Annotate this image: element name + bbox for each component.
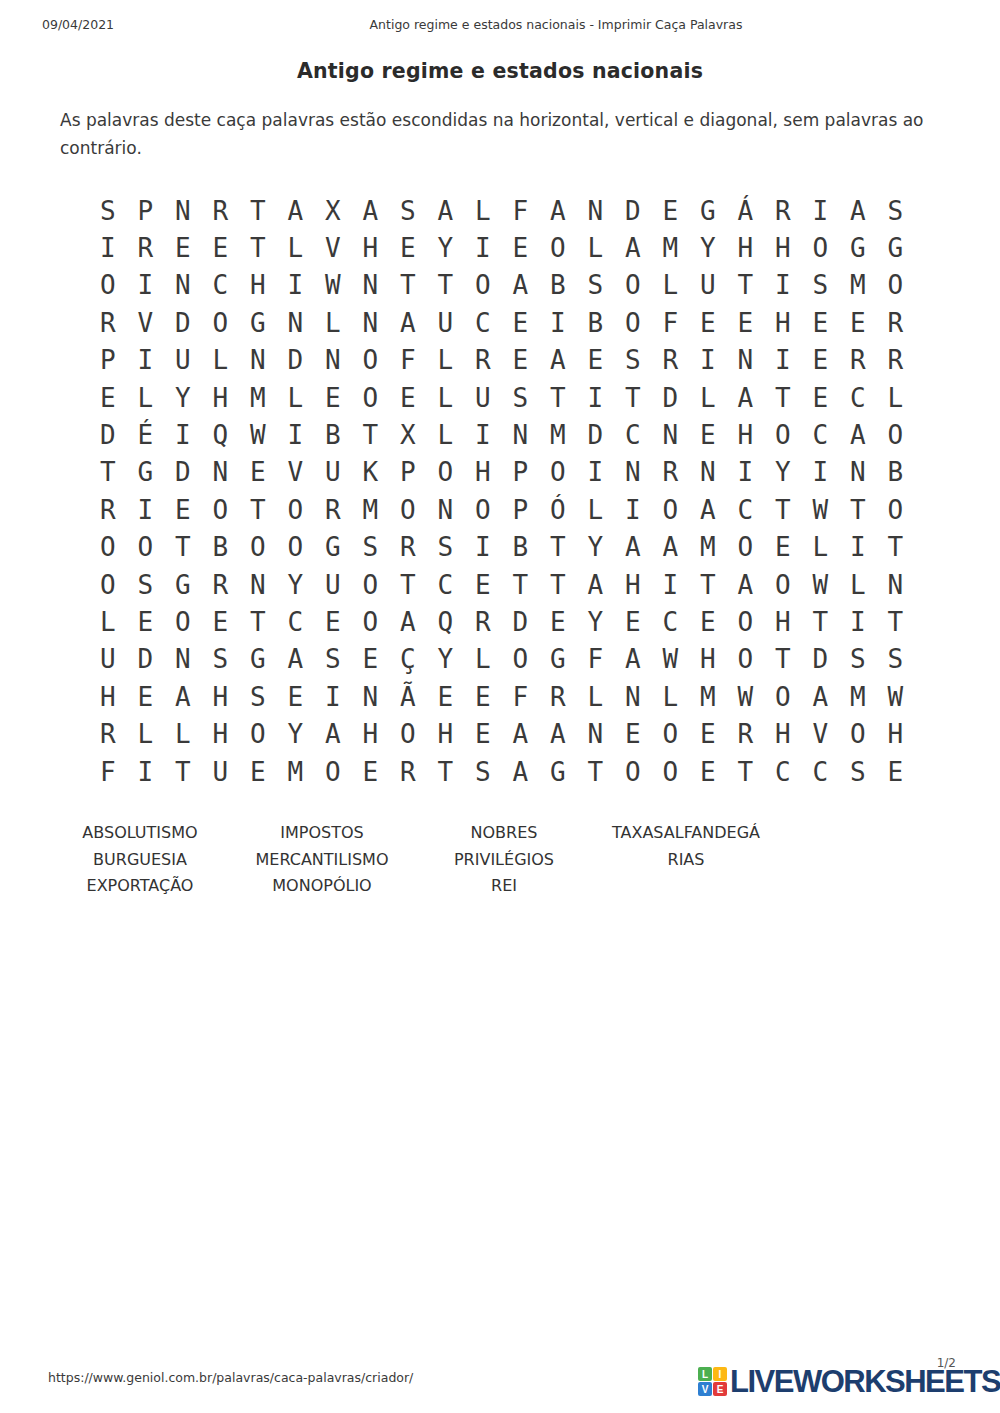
grid-cell-r3c2: I [127, 267, 165, 304]
grid-cell-r2c16: M [652, 229, 690, 266]
grid-cell-r6c4: H [202, 379, 240, 416]
grid-cell-r8c15: N [614, 454, 652, 491]
grid-cell-r1c2: P [127, 192, 165, 229]
grid-cell-r11c22: N [877, 566, 915, 603]
grid-cell-r12c9: A [389, 603, 427, 640]
grid-cell-r6c15: T [614, 379, 652, 416]
grid-cell-r4c7: L [314, 304, 352, 341]
instructions-text: As palavras deste caça palavras estão es… [60, 106, 958, 162]
grid-cell-r7c6: I [277, 416, 315, 453]
grid-cell-r11c15: H [614, 566, 652, 603]
grid-cell-r8c10: O [427, 454, 465, 491]
grid-cell-r3c14: S [577, 267, 615, 304]
grid-cell-r12c15: E [614, 603, 652, 640]
grid-cell-r9c13: Ó [539, 491, 577, 528]
grid-cell-r1c10: A [427, 192, 465, 229]
grid-cell-r11c21: L [839, 566, 877, 603]
grid-cell-r7c12: N [502, 416, 540, 453]
grid-cell-r4c17: E [689, 304, 727, 341]
grid-cell-r7c20: C [802, 416, 840, 453]
grid-cell-r6c12: S [502, 379, 540, 416]
grid-cell-r13c10: Y [427, 641, 465, 678]
liveworksheets-logo-text: LIVEWORKSHEETS [730, 1366, 1000, 1397]
grid-cell-r8c16: R [652, 454, 690, 491]
grid-cell-r9c20: W [802, 491, 840, 528]
grid-cell-r4c13: I [539, 304, 577, 341]
word-list-item: PRIVILÉGIOS [454, 847, 554, 874]
grid-cell-r1c9: S [389, 192, 427, 229]
grid-cell-r2c6: L [277, 229, 315, 266]
liveworksheets-logo-icon: LIVE [698, 1367, 727, 1396]
grid-cell-r13c19: T [764, 641, 802, 678]
grid-cell-r14c16: L [652, 678, 690, 715]
grid-cell-r1c11: L [464, 192, 502, 229]
grid-cell-r10c15: A [614, 529, 652, 566]
grid-cell-r2c21: G [839, 229, 877, 266]
grid-cell-r16c4: U [202, 753, 240, 790]
grid-cell-r8c12: P [502, 454, 540, 491]
grid-cell-r4c1: R [89, 304, 127, 341]
grid-cell-r7c7: B [314, 416, 352, 453]
grid-cell-r1c19: R [764, 192, 802, 229]
grid-cell-r8c5: E [239, 454, 277, 491]
grid-cell-r11c20: W [802, 566, 840, 603]
grid-cell-r2c19: H [764, 229, 802, 266]
grid-cell-r9c6: O [277, 491, 315, 528]
grid-cell-r5c10: L [427, 342, 465, 379]
grid-cell-r8c8: K [352, 454, 390, 491]
grid-cell-r5c20: E [802, 342, 840, 379]
grid-cell-r11c16: I [652, 566, 690, 603]
grid-cell-r8c7: U [314, 454, 352, 491]
grid-cell-r1c7: X [314, 192, 352, 229]
grid-cell-r6c20: E [802, 379, 840, 416]
word-list-item: MONOPÓLIO [272, 873, 371, 900]
grid-cell-r15c7: A [314, 715, 352, 752]
grid-cell-r13c16: W [652, 641, 690, 678]
grid-cell-r7c3: I [164, 416, 202, 453]
grid-cell-r1c12: F [502, 192, 540, 229]
grid-cell-r14c9: Ã [389, 678, 427, 715]
grid-cell-r8c4: N [202, 454, 240, 491]
grid-cell-r6c17: L [689, 379, 727, 416]
grid-cell-r5c7: N [314, 342, 352, 379]
word-list-item: EXPORTAÇÃO [87, 873, 194, 900]
grid-cell-r2c3: E [164, 229, 202, 266]
grid-cell-r7c13: M [539, 416, 577, 453]
grid-cell-r10c6: O [277, 529, 315, 566]
grid-cell-r11c18: A [727, 566, 765, 603]
grid-cell-r14c20: A [802, 678, 840, 715]
grid-cell-r6c18: A [727, 379, 765, 416]
grid-cell-r7c2: É [127, 416, 165, 453]
grid-cell-r7c4: Q [202, 416, 240, 453]
grid-cell-r3c22: O [877, 267, 915, 304]
grid-cell-r16c17: E [689, 753, 727, 790]
word-list-item: IMPOSTOS [280, 820, 363, 847]
grid-cell-r13c13: G [539, 641, 577, 678]
grid-cell-r15c13: A [539, 715, 577, 752]
grid-cell-r13c17: H [689, 641, 727, 678]
grid-cell-r14c1: H [89, 678, 127, 715]
grid-cell-r2c5: T [239, 229, 277, 266]
word-list-item: REI [491, 873, 517, 900]
grid-cell-r10c5: O [239, 529, 277, 566]
grid-cell-r3c19: I [764, 267, 802, 304]
grid-cell-r4c8: N [352, 304, 390, 341]
grid-cell-r10c18: O [727, 529, 765, 566]
grid-cell-r11c14: A [577, 566, 615, 603]
grid-cell-r8c13: O [539, 454, 577, 491]
grid-cell-r9c11: O [464, 491, 502, 528]
grid-cell-r1c3: N [164, 192, 202, 229]
grid-cell-r14c22: W [877, 678, 915, 715]
word-list-column-3: NOBRESPRIVILÉGIOSREI [413, 820, 595, 900]
grid-cell-r5c5: N [239, 342, 277, 379]
grid-cell-r9c22: O [877, 491, 915, 528]
grid-cell-r2c8: H [352, 229, 390, 266]
logo-tile-e: E [713, 1382, 727, 1396]
grid-cell-r4c4: O [202, 304, 240, 341]
grid-cell-r12c1: L [89, 603, 127, 640]
grid-cell-r9c14: L [577, 491, 615, 528]
grid-cell-r15c18: R [727, 715, 765, 752]
grid-cell-r2c13: O [539, 229, 577, 266]
grid-cell-r13c9: Ç [389, 641, 427, 678]
grid-cell-r4c11: C [464, 304, 502, 341]
grid-cell-r1c16: E [652, 192, 690, 229]
grid-cell-r14c4: H [202, 678, 240, 715]
grid-cell-r14c18: W [727, 678, 765, 715]
grid-cell-r13c21: S [839, 641, 877, 678]
grid-cell-r10c16: A [652, 529, 690, 566]
grid-cell-r7c22: O [877, 416, 915, 453]
grid-cell-r10c3: T [164, 529, 202, 566]
grid-cell-r15c10: H [427, 715, 465, 752]
grid-cell-r2c4: E [202, 229, 240, 266]
grid-cell-r11c11: E [464, 566, 502, 603]
grid-cell-r12c17: E [689, 603, 727, 640]
grid-cell-r12c22: T [877, 603, 915, 640]
grid-cell-r4c20: E [802, 304, 840, 341]
word-list-column-2: IMPOSTOSMERCANTILISMOMONOPÓLIO [231, 820, 413, 900]
grid-cell-r6c3: Y [164, 379, 202, 416]
grid-cell-r1c4: R [202, 192, 240, 229]
word-list: ABSOLUTISMOBURGUESIAEXPORTAÇÃOIMPOSTOSME… [49, 820, 777, 900]
grid-cell-r3c12: A [502, 267, 540, 304]
grid-cell-r10c22: T [877, 529, 915, 566]
grid-cell-r8c11: H [464, 454, 502, 491]
grid-cell-r16c20: C [802, 753, 840, 790]
grid-cell-r3c20: S [802, 267, 840, 304]
grid-cell-r5c12: E [502, 342, 540, 379]
grid-cell-r10c17: M [689, 529, 727, 566]
grid-cell-r7c5: W [239, 416, 277, 453]
grid-cell-r1c17: G [689, 192, 727, 229]
grid-cell-r11c8: O [352, 566, 390, 603]
grid-cell-r12c4: E [202, 603, 240, 640]
grid-cell-r13c20: D [802, 641, 840, 678]
grid-cell-r6c19: T [764, 379, 802, 416]
grid-cell-r15c22: H [877, 715, 915, 752]
grid-cell-r16c11: S [464, 753, 502, 790]
grid-cell-r13c1: U [89, 641, 127, 678]
grid-cell-r16c16: O [652, 753, 690, 790]
word-list-column-1: ABSOLUTISMOBURGUESIAEXPORTAÇÃO [49, 820, 231, 900]
grid-cell-r13c11: L [464, 641, 502, 678]
grid-cell-r12c19: H [764, 603, 802, 640]
grid-cell-r15c4: H [202, 715, 240, 752]
grid-cell-r3c15: O [614, 267, 652, 304]
grid-cell-r16c21: S [839, 753, 877, 790]
grid-cell-r16c1: F [89, 753, 127, 790]
grid-cell-r3c4: C [202, 267, 240, 304]
grid-cell-r13c15: A [614, 641, 652, 678]
grid-cell-r6c6: L [277, 379, 315, 416]
grid-cell-r10c4: B [202, 529, 240, 566]
grid-cell-r12c2: E [127, 603, 165, 640]
grid-cell-r5c3: U [164, 342, 202, 379]
grid-cell-r4c6: N [277, 304, 315, 341]
logo-tile-v: V [698, 1382, 712, 1396]
grid-cell-r10c13: T [539, 529, 577, 566]
grid-cell-r16c12: A [502, 753, 540, 790]
grid-cell-r16c7: O [314, 753, 352, 790]
grid-cell-r16c8: E [352, 753, 390, 790]
header-doc-title: Antigo regime e estados nacionais - Impr… [370, 17, 743, 32]
grid-cell-r10c19: E [764, 529, 802, 566]
grid-cell-r12c20: T [802, 603, 840, 640]
grid-cell-r6c13: T [539, 379, 577, 416]
page-title: Antigo regime e estados nacionais [0, 59, 1000, 83]
grid-cell-r2c17: Y [689, 229, 727, 266]
grid-cell-r14c17: M [689, 678, 727, 715]
grid-cell-r1c21: A [839, 192, 877, 229]
grid-cell-r5c11: R [464, 342, 502, 379]
grid-cell-r7c9: X [389, 416, 427, 453]
grid-cell-r4c2: V [127, 304, 165, 341]
grid-cell-r8c17: N [689, 454, 727, 491]
grid-cell-r4c5: G [239, 304, 277, 341]
grid-cell-r7c1: D [89, 416, 127, 453]
grid-cell-r16c15: O [614, 753, 652, 790]
grid-cell-r1c14: N [577, 192, 615, 229]
grid-cell-r7c10: L [427, 416, 465, 453]
grid-cell-r4c19: H [764, 304, 802, 341]
grid-cell-r2c12: E [502, 229, 540, 266]
grid-cell-r15c3: L [164, 715, 202, 752]
grid-cell-r8c22: B [877, 454, 915, 491]
grid-cell-r16c19: C [764, 753, 802, 790]
grid-cell-r3c5: H [239, 267, 277, 304]
grid-cell-r3c18: T [727, 267, 765, 304]
grid-cell-r11c2: S [127, 566, 165, 603]
grid-cell-r1c1: S [89, 192, 127, 229]
grid-cell-r9c10: N [427, 491, 465, 528]
grid-cell-r13c6: A [277, 641, 315, 678]
grid-cell-r9c9: O [389, 491, 427, 528]
grid-cell-r5c13: A [539, 342, 577, 379]
grid-cell-r10c7: G [314, 529, 352, 566]
grid-cell-r12c18: O [727, 603, 765, 640]
grid-cell-r9c7: R [314, 491, 352, 528]
grid-cell-r15c20: V [802, 715, 840, 752]
word-list-item: BURGUESIA [93, 847, 187, 874]
grid-cell-r1c6: A [277, 192, 315, 229]
grid-cell-r11c17: T [689, 566, 727, 603]
grid-cell-r6c2: L [127, 379, 165, 416]
grid-cell-r13c5: G [239, 641, 277, 678]
footer-url[interactable]: https://www.geniol.com.br/palavras/caca-… [48, 1370, 413, 1385]
grid-cell-r9c3: E [164, 491, 202, 528]
grid-cell-r13c4: S [202, 641, 240, 678]
grid-cell-r11c12: T [502, 566, 540, 603]
grid-cell-r8c3: D [164, 454, 202, 491]
grid-cell-r15c21: O [839, 715, 877, 752]
grid-cell-r2c20: O [802, 229, 840, 266]
grid-cell-r2c2: R [127, 229, 165, 266]
grid-cell-r4c12: E [502, 304, 540, 341]
grid-cell-r16c3: T [164, 753, 202, 790]
grid-cell-r12c7: E [314, 603, 352, 640]
grid-cell-r12c12: D [502, 603, 540, 640]
grid-cell-r9c17: A [689, 491, 727, 528]
grid-cell-r14c13: R [539, 678, 577, 715]
grid-cell-r7c8: T [352, 416, 390, 453]
word-list-item: MERCANTILISMO [256, 847, 389, 874]
grid-cell-r11c5: N [239, 566, 277, 603]
grid-cell-r5c2: I [127, 342, 165, 379]
grid-cell-r4c10: U [427, 304, 465, 341]
grid-cell-r2c14: L [577, 229, 615, 266]
grid-cell-r5c22: R [877, 342, 915, 379]
grid-cell-r9c5: T [239, 491, 277, 528]
grid-cell-r1c15: D [614, 192, 652, 229]
grid-cell-r2c15: A [614, 229, 652, 266]
grid-cell-r14c2: E [127, 678, 165, 715]
grid-cell-r12c8: O [352, 603, 390, 640]
grid-cell-r6c11: U [464, 379, 502, 416]
grid-cell-r14c10: E [427, 678, 465, 715]
grid-cell-r10c8: S [352, 529, 390, 566]
grid-cell-r14c11: E [464, 678, 502, 715]
grid-cell-r5c8: O [352, 342, 390, 379]
grid-cell-r11c19: O [764, 566, 802, 603]
grid-cell-r5c6: D [277, 342, 315, 379]
grid-cell-r16c13: G [539, 753, 577, 790]
grid-cell-r13c14: F [577, 641, 615, 678]
grid-cell-r10c11: I [464, 529, 502, 566]
grid-cell-r6c16: D [652, 379, 690, 416]
grid-cell-r7c17: E [689, 416, 727, 453]
grid-cell-r3c16: L [652, 267, 690, 304]
grid-cell-r12c21: I [839, 603, 877, 640]
grid-cell-r14c5: S [239, 678, 277, 715]
grid-cell-r16c10: T [427, 753, 465, 790]
word-list-item: ABSOLUTISMO [82, 820, 197, 847]
grid-cell-r15c17: E [689, 715, 727, 752]
grid-cell-r6c14: I [577, 379, 615, 416]
grid-cell-r9c19: T [764, 491, 802, 528]
grid-cell-r15c1: R [89, 715, 127, 752]
grid-cell-r15c16: O [652, 715, 690, 752]
grid-cell-r10c9: R [389, 529, 427, 566]
grid-cell-r3c1: O [89, 267, 127, 304]
grid-cell-r5c9: F [389, 342, 427, 379]
grid-cell-r11c9: T [389, 566, 427, 603]
grid-cell-r15c8: H [352, 715, 390, 752]
grid-cell-r7c21: A [839, 416, 877, 453]
grid-cell-r4c21: E [839, 304, 877, 341]
grid-cell-r9c21: T [839, 491, 877, 528]
grid-cell-r15c9: O [389, 715, 427, 752]
grid-cell-r1c18: Á [727, 192, 765, 229]
grid-cell-r9c16: O [652, 491, 690, 528]
grid-cell-r13c22: S [877, 641, 915, 678]
grid-cell-r8c2: G [127, 454, 165, 491]
grid-cell-r6c5: M [239, 379, 277, 416]
grid-cell-r14c12: F [502, 678, 540, 715]
grid-cell-r3c3: N [164, 267, 202, 304]
grid-cell-r3c6: I [277, 267, 315, 304]
grid-cell-r10c14: Y [577, 529, 615, 566]
grid-cell-r7c18: H [727, 416, 765, 453]
grid-cell-r4c16: F [652, 304, 690, 341]
grid-cell-r12c16: C [652, 603, 690, 640]
grid-cell-r1c20: I [802, 192, 840, 229]
grid-cell-r16c2: I [127, 753, 165, 790]
grid-cell-r12c13: E [539, 603, 577, 640]
grid-cell-r1c5: T [239, 192, 277, 229]
grid-cell-r3c8: N [352, 267, 390, 304]
grid-cell-r10c2: O [127, 529, 165, 566]
grid-cell-r13c8: E [352, 641, 390, 678]
grid-cell-r11c1: O [89, 566, 127, 603]
grid-cell-r15c12: A [502, 715, 540, 752]
grid-cell-r4c9: A [389, 304, 427, 341]
grid-cell-r9c2: I [127, 491, 165, 528]
grid-cell-r13c3: N [164, 641, 202, 678]
grid-cell-r2c22: G [877, 229, 915, 266]
grid-cell-r12c11: R [464, 603, 502, 640]
grid-cell-r3c7: W [314, 267, 352, 304]
grid-cell-r10c20: L [802, 529, 840, 566]
grid-cell-r9c8: M [352, 491, 390, 528]
grid-cell-r5c4: L [202, 342, 240, 379]
grid-cell-r1c22: S [877, 192, 915, 229]
grid-cell-r11c7: U [314, 566, 352, 603]
grid-cell-r4c18: E [727, 304, 765, 341]
grid-cell-r10c10: S [427, 529, 465, 566]
grid-cell-r16c22: E [877, 753, 915, 790]
liveworksheets-logo: LIVE LIVEWORKSHEETS [698, 1366, 1000, 1397]
grid-cell-r3c21: M [839, 267, 877, 304]
grid-cell-r13c2: D [127, 641, 165, 678]
grid-cell-r8c19: Y [764, 454, 802, 491]
grid-cell-r8c18: I [727, 454, 765, 491]
grid-cell-r8c6: V [277, 454, 315, 491]
grid-cell-r8c14: I [577, 454, 615, 491]
word-search-grid: SPNRTAXASALFANDEGÁRIASIREETLVHEYIEOLAMYH… [89, 192, 914, 790]
grid-cell-r14c14: L [577, 678, 615, 715]
grid-cell-r6c8: O [352, 379, 390, 416]
grid-cell-r5c18: N [727, 342, 765, 379]
grid-cell-r4c3: D [164, 304, 202, 341]
grid-cell-r8c9: P [389, 454, 427, 491]
logo-tile-l: L [698, 1367, 712, 1381]
grid-cell-r14c19: O [764, 678, 802, 715]
grid-cell-r3c13: B [539, 267, 577, 304]
